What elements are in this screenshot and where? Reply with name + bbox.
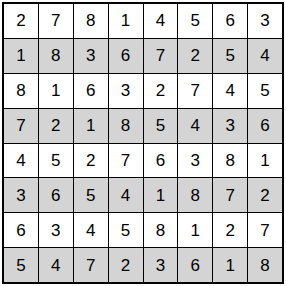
grid-cell-r4c3[interactable]: 1 <box>74 109 108 143</box>
grid-cell-r1c8[interactable]: 3 <box>248 4 282 38</box>
grid-cell-r8c5[interactable]: 3 <box>144 248 178 282</box>
grid-cell-r3c3[interactable]: 6 <box>74 74 108 108</box>
grid-cell-r6c3[interactable]: 5 <box>74 178 108 212</box>
grid-cell-r6c7[interactable]: 7 <box>213 178 247 212</box>
grid-cell-r5c1[interactable]: 4 <box>4 144 38 178</box>
grid-cell-r7c4[interactable]: 5 <box>109 213 143 247</box>
grid-cell-r3c7[interactable]: 4 <box>213 74 247 108</box>
grid-cell-r6c1[interactable]: 3 <box>4 178 38 212</box>
grid-cell-r6c4[interactable]: 4 <box>109 178 143 212</box>
grid-cell-r1c4[interactable]: 1 <box>109 4 143 38</box>
grid-cell-r7c5[interactable]: 8 <box>144 213 178 247</box>
grid-cell-r3c2[interactable]: 1 <box>39 74 73 108</box>
puzzle-grid: 2781456318367254816327457218543645276381… <box>2 2 284 284</box>
grid-cell-r3c4[interactable]: 3 <box>109 74 143 108</box>
grid-cell-r2c4[interactable]: 6 <box>109 39 143 73</box>
grid-cell-r4c2[interactable]: 2 <box>39 109 73 143</box>
grid-cell-r5c7[interactable]: 8 <box>213 144 247 178</box>
grid-cell-r2c1[interactable]: 1 <box>4 39 38 73</box>
grid-cell-r3c8[interactable]: 5 <box>248 74 282 108</box>
grid-cell-r5c3[interactable]: 2 <box>74 144 108 178</box>
grid-cell-r6c8[interactable]: 2 <box>248 178 282 212</box>
grid-cell-r1c1[interactable]: 2 <box>4 4 38 38</box>
grid-cell-r3c5[interactable]: 2 <box>144 74 178 108</box>
puzzle-board: 2781456318367254816327457218543645276381… <box>0 0 286 286</box>
grid-cell-r7c3[interactable]: 4 <box>74 213 108 247</box>
grid-cell-r2c2[interactable]: 8 <box>39 39 73 73</box>
grid-cell-r4c1[interactable]: 7 <box>4 109 38 143</box>
grid-cell-r3c1[interactable]: 8 <box>4 74 38 108</box>
grid-cell-r1c6[interactable]: 5 <box>178 4 212 38</box>
grid-cell-r7c1[interactable]: 6 <box>4 213 38 247</box>
grid-cell-r6c5[interactable]: 1 <box>144 178 178 212</box>
grid-cell-r1c7[interactable]: 6 <box>213 4 247 38</box>
grid-cell-r5c8[interactable]: 1 <box>248 144 282 178</box>
grid-cell-r5c6[interactable]: 3 <box>178 144 212 178</box>
grid-cell-r7c8[interactable]: 7 <box>248 213 282 247</box>
grid-cell-r8c8[interactable]: 8 <box>248 248 282 282</box>
grid-cell-r5c2[interactable]: 5 <box>39 144 73 178</box>
grid-cell-r8c1[interactable]: 5 <box>4 248 38 282</box>
grid-cell-r8c4[interactable]: 2 <box>109 248 143 282</box>
grid-cell-r8c2[interactable]: 4 <box>39 248 73 282</box>
grid-cell-r4c4[interactable]: 8 <box>109 109 143 143</box>
grid-cell-r8c3[interactable]: 7 <box>74 248 108 282</box>
grid-cell-r5c4[interactable]: 7 <box>109 144 143 178</box>
grid-cell-r6c6[interactable]: 8 <box>178 178 212 212</box>
grid-cell-r7c6[interactable]: 1 <box>178 213 212 247</box>
grid-cell-r4c8[interactable]: 6 <box>248 109 282 143</box>
grid-cell-r4c6[interactable]: 4 <box>178 109 212 143</box>
grid-cell-r1c5[interactable]: 4 <box>144 4 178 38</box>
grid-cell-r2c7[interactable]: 5 <box>213 39 247 73</box>
grid-cell-r6c2[interactable]: 6 <box>39 178 73 212</box>
grid-cell-r1c3[interactable]: 8 <box>74 4 108 38</box>
grid-cell-r5c5[interactable]: 6 <box>144 144 178 178</box>
grid-cell-r4c5[interactable]: 5 <box>144 109 178 143</box>
grid-cell-r8c6[interactable]: 6 <box>178 248 212 282</box>
grid-cell-r1c2[interactable]: 7 <box>39 4 73 38</box>
grid-cell-r4c7[interactable]: 3 <box>213 109 247 143</box>
grid-cell-r7c2[interactable]: 3 <box>39 213 73 247</box>
grid-cell-r8c7[interactable]: 1 <box>213 248 247 282</box>
grid-cell-r3c6[interactable]: 7 <box>178 74 212 108</box>
grid-cell-r2c5[interactable]: 7 <box>144 39 178 73</box>
grid-cell-r2c8[interactable]: 4 <box>248 39 282 73</box>
grid-cell-r2c6[interactable]: 2 <box>178 39 212 73</box>
grid-cell-r7c7[interactable]: 2 <box>213 213 247 247</box>
grid-cell-r2c3[interactable]: 3 <box>74 39 108 73</box>
